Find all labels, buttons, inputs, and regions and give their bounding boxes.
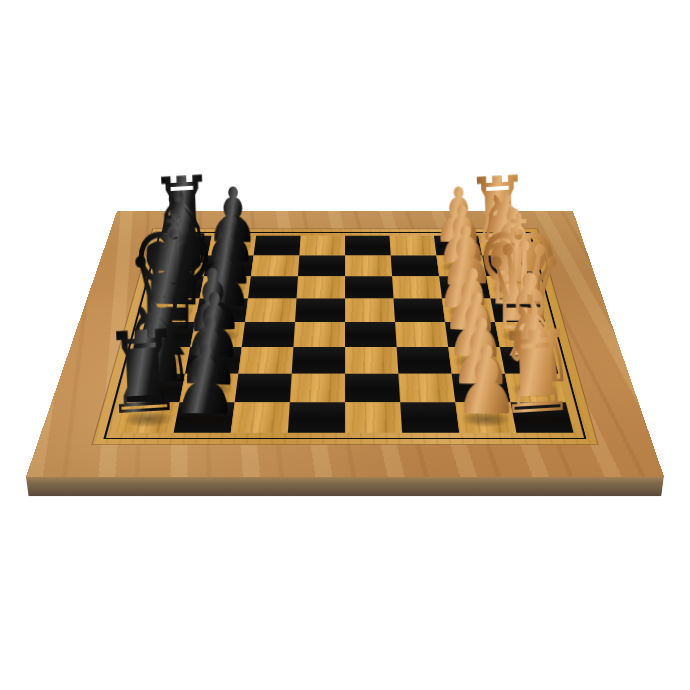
square-c6[interactable] (238, 347, 293, 374)
piece-black-pawn-a7[interactable]: ♟ (171, 333, 240, 429)
square-c4[interactable] (345, 347, 398, 374)
square-b6[interactable] (235, 374, 292, 403)
square-g6[interactable] (251, 256, 299, 277)
piece-white-rook-a1[interactable]: ♜ (494, 315, 579, 432)
square-h5[interactable] (299, 236, 345, 256)
square-d4[interactable] (345, 322, 397, 347)
square-e4[interactable] (345, 298, 395, 322)
square-f4[interactable] (345, 276, 393, 298)
square-b4[interactable] (345, 374, 400, 403)
square-h6[interactable] (254, 236, 301, 256)
square-e5[interactable] (295, 298, 345, 322)
square-d5[interactable] (293, 322, 345, 347)
square-a1[interactable]: ♜ (511, 402, 574, 433)
square-a5[interactable] (288, 402, 345, 433)
board-grid: ♜♟♟♜♞♟♟♞♝♟♟♝♚♟♟♚♛♟♟♛♝♟♟♝♞♟♟♞♜♟♟♜ (116, 236, 573, 433)
square-g3[interactable] (391, 256, 439, 277)
square-h3[interactable] (389, 236, 436, 256)
product-photo-scene: ♜♟♟♜♞♟♟♞♝♟♟♝♚♟♟♚♛♟♟♛♝♟♟♝♞♟♟♞♜♟♟♜ (0, 0, 690, 690)
square-a4[interactable] (345, 402, 402, 433)
board-inner-panel: ♜♟♟♜♞♟♟♞♝♟♟♝♚♟♟♚♛♟♟♛♝♟♟♝♞♟♟♞♜♟♟♜ (93, 229, 598, 444)
square-f5[interactable] (297, 276, 345, 298)
board-front-edge (26, 477, 664, 497)
square-b3[interactable] (398, 374, 455, 403)
square-a6[interactable] (231, 402, 290, 433)
chess-board: ♜♟♟♜♞♟♟♞♝♟♟♝♚♟♟♚♛♟♟♛♝♟♟♝♞♟♟♞♜♟♟♜ (26, 211, 664, 476)
square-a7[interactable]: ♟ (174, 402, 235, 433)
square-d6[interactable] (242, 322, 295, 347)
square-g5[interactable] (298, 256, 345, 277)
square-a3[interactable] (400, 402, 459, 433)
square-c5[interactable] (292, 347, 345, 374)
square-b5[interactable] (290, 374, 345, 403)
square-g4[interactable] (345, 256, 392, 277)
square-h4[interactable] (345, 236, 391, 256)
